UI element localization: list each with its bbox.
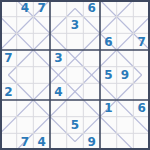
- given-digit: 7: [37, 2, 45, 14]
- given-digit: 7: [137, 36, 145, 48]
- cell-r9c2[interactable]: 7: [17, 133, 34, 150]
- cell-r5c5[interactable]: [67, 67, 84, 84]
- cell-r8c1[interactable]: [0, 117, 17, 134]
- cell-r8c3[interactable]: [33, 117, 50, 134]
- cell-r4c8[interactable]: [117, 50, 134, 67]
- cell-r5c7[interactable]: 5: [100, 67, 117, 84]
- cell-r1c3[interactable]: 7: [33, 0, 50, 17]
- cell-r2c1[interactable]: [0, 17, 17, 34]
- cell-r1c8[interactable]: [117, 0, 134, 17]
- cell-r7c1[interactable]: [0, 100, 17, 117]
- cell-r2c5[interactable]: 3: [67, 17, 84, 34]
- cell-r6c5[interactable]: [67, 83, 84, 100]
- cell-r5c3[interactable]: [33, 67, 50, 84]
- cell-r5c9[interactable]: [133, 67, 150, 84]
- cell-r2c3[interactable]: [33, 17, 50, 34]
- cell-r3c1[interactable]: [0, 33, 17, 50]
- cell-r1c9[interactable]: [133, 0, 150, 17]
- cell-r4c2[interactable]: [17, 50, 34, 67]
- cell-r5c4[interactable]: [50, 67, 67, 84]
- given-digit: 7: [4, 52, 12, 64]
- cell-r4c3[interactable]: [33, 50, 50, 67]
- given-digit: 3: [71, 19, 79, 31]
- cell-r3c7[interactable]: 6: [100, 33, 117, 50]
- cell-r7c5[interactable]: [67, 100, 84, 117]
- cell-r5c6[interactable]: [83, 67, 100, 84]
- cell-r4c5[interactable]: [67, 50, 84, 67]
- cell-r9c8[interactable]: [117, 133, 134, 150]
- given-digit: 4: [21, 2, 29, 14]
- given-digit: 9: [87, 136, 95, 148]
- cell-r9c4[interactable]: [50, 133, 67, 150]
- cell-r6c9[interactable]: [133, 83, 150, 100]
- cell-r4c6[interactable]: [83, 50, 100, 67]
- cell-r8c6[interactable]: [83, 117, 100, 134]
- argyle-sudoku-board: 476367735924165749: [0, 0, 150, 150]
- cell-r5c8[interactable]: 9: [117, 67, 134, 84]
- given-digit: 6: [104, 36, 112, 48]
- given-digit: 6: [87, 2, 95, 14]
- cell-r8c7[interactable]: [100, 117, 117, 134]
- cell-r6c2[interactable]: [17, 83, 34, 100]
- cell-r3c6[interactable]: [83, 33, 100, 50]
- cell-r6c4[interactable]: 4: [50, 83, 67, 100]
- cell-r2c8[interactable]: [117, 17, 134, 34]
- cell-r8c5[interactable]: 5: [67, 117, 84, 134]
- given-digit: 6: [137, 102, 145, 114]
- cell-r7c3[interactable]: [33, 100, 50, 117]
- cell-r8c2[interactable]: [17, 117, 34, 134]
- cell-r9c9[interactable]: [133, 133, 150, 150]
- cell-r6c8[interactable]: [117, 83, 134, 100]
- cell-r2c7[interactable]: [100, 17, 117, 34]
- cell-r9c1[interactable]: [0, 133, 17, 150]
- cell-r1c6[interactable]: 6: [83, 0, 100, 17]
- cell-r4c4[interactable]: 3: [50, 50, 67, 67]
- cell-r7c4[interactable]: [50, 100, 67, 117]
- cell-r2c4[interactable]: [50, 17, 67, 34]
- cell-r4c9[interactable]: [133, 50, 150, 67]
- cell-r8c4[interactable]: [50, 117, 67, 134]
- given-digit: 1: [104, 102, 112, 114]
- cell-r2c9[interactable]: [133, 17, 150, 34]
- given-digit: 2: [4, 86, 12, 98]
- cell-r1c2[interactable]: 4: [17, 0, 34, 17]
- cell-r8c9[interactable]: [133, 117, 150, 134]
- cell-r2c2[interactable]: [17, 17, 34, 34]
- given-digit: 7: [21, 136, 29, 148]
- sudoku-grid: 476367735924165749: [0, 0, 150, 150]
- cell-r3c8[interactable]: [117, 33, 134, 50]
- cell-r2c6[interactable]: [83, 17, 100, 34]
- given-digit: 4: [37, 136, 45, 148]
- given-digit: 5: [104, 69, 112, 81]
- cell-r3c4[interactable]: [50, 33, 67, 50]
- cell-r7c2[interactable]: [17, 100, 34, 117]
- cell-r4c7[interactable]: [100, 50, 117, 67]
- cell-r3c3[interactable]: [33, 33, 50, 50]
- cell-r1c7[interactable]: [100, 0, 117, 17]
- cell-r7c8[interactable]: [117, 100, 134, 117]
- given-digit: 4: [54, 86, 62, 98]
- cell-r8c8[interactable]: [117, 117, 134, 134]
- cell-r4c1[interactable]: 7: [0, 50, 17, 67]
- cell-r6c3[interactable]: [33, 83, 50, 100]
- cell-r3c9[interactable]: 7: [133, 33, 150, 50]
- cell-r7c6[interactable]: [83, 100, 100, 117]
- cell-r3c5[interactable]: [67, 33, 84, 50]
- cell-r9c3[interactable]: 4: [33, 133, 50, 150]
- cell-r6c1[interactable]: 2: [0, 83, 17, 100]
- cell-r7c7[interactable]: 1: [100, 100, 117, 117]
- given-digit: 3: [54, 52, 62, 64]
- cell-r9c7[interactable]: [100, 133, 117, 150]
- given-digit: 9: [121, 69, 129, 81]
- cell-r9c5[interactable]: [67, 133, 84, 150]
- cell-r6c6[interactable]: [83, 83, 100, 100]
- given-digit: 5: [71, 119, 79, 131]
- cell-r1c4[interactable]: [50, 0, 67, 17]
- cell-r9c6[interactable]: 9: [83, 133, 100, 150]
- cell-r5c2[interactable]: [17, 67, 34, 84]
- cell-r6c7[interactable]: [100, 83, 117, 100]
- cell-r1c5[interactable]: [67, 0, 84, 17]
- cell-r7c9[interactable]: 6: [133, 100, 150, 117]
- cell-r1c1[interactable]: [0, 0, 17, 17]
- cell-r3c2[interactable]: [17, 33, 34, 50]
- cell-r5c1[interactable]: [0, 67, 17, 84]
